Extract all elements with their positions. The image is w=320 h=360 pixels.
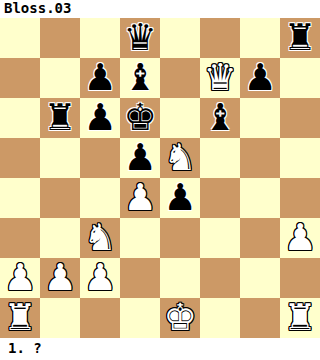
square-h8[interactable]: ♜	[280, 18, 320, 58]
square-e5[interactable]: ♞	[160, 138, 200, 178]
square-h4[interactable]	[280, 178, 320, 218]
square-e7[interactable]	[160, 58, 200, 98]
piece-white-pawn: ♟	[43, 258, 76, 298]
square-b1[interactable]	[40, 298, 80, 338]
square-d7[interactable]: ♝	[120, 58, 160, 98]
square-e8[interactable]	[160, 18, 200, 58]
square-e4[interactable]: ♟	[160, 178, 200, 218]
piece-white-rook: ♜	[283, 298, 316, 338]
square-d8[interactable]: ♛	[120, 18, 160, 58]
piece-white-pawn: ♟	[3, 258, 36, 298]
square-e3[interactable]	[160, 218, 200, 258]
square-f5[interactable]	[200, 138, 240, 178]
square-f2[interactable]	[200, 258, 240, 298]
piece-black-pawn: ♟	[163, 178, 196, 218]
square-e6[interactable]	[160, 98, 200, 138]
piece-black-bishop: ♝	[123, 58, 156, 98]
piece-white-king: ♚	[163, 298, 196, 338]
square-a5[interactable]	[0, 138, 40, 178]
piece-black-pawn: ♟	[123, 138, 156, 178]
square-b5[interactable]	[40, 138, 80, 178]
square-g6[interactable]	[240, 98, 280, 138]
square-c3[interactable]: ♞	[80, 218, 120, 258]
square-a4[interactable]	[0, 178, 40, 218]
piece-white-pawn: ♟	[83, 258, 116, 298]
square-c7[interactable]: ♟	[80, 58, 120, 98]
square-e1[interactable]: ♚	[160, 298, 200, 338]
square-g3[interactable]	[240, 218, 280, 258]
square-a8[interactable]	[0, 18, 40, 58]
square-b8[interactable]	[40, 18, 80, 58]
square-h2[interactable]	[280, 258, 320, 298]
square-e2[interactable]	[160, 258, 200, 298]
square-c5[interactable]	[80, 138, 120, 178]
square-d3[interactable]	[120, 218, 160, 258]
square-d6[interactable]: ♚	[120, 98, 160, 138]
square-h7[interactable]	[280, 58, 320, 98]
square-h5[interactable]	[280, 138, 320, 178]
square-a7[interactable]	[0, 58, 40, 98]
square-f6[interactable]: ♝	[200, 98, 240, 138]
square-a2[interactable]: ♟	[0, 258, 40, 298]
square-c1[interactable]	[80, 298, 120, 338]
piece-white-queen: ♛	[203, 58, 236, 98]
piece-black-queen: ♛	[123, 18, 156, 58]
square-g5[interactable]	[240, 138, 280, 178]
square-d2[interactable]	[120, 258, 160, 298]
piece-black-king: ♚	[123, 98, 156, 138]
square-d4[interactable]: ♟	[120, 178, 160, 218]
square-f7[interactable]: ♛	[200, 58, 240, 98]
piece-white-pawn: ♟	[123, 178, 156, 218]
square-c8[interactable]	[80, 18, 120, 58]
square-a6[interactable]	[0, 98, 40, 138]
square-b2[interactable]: ♟	[40, 258, 80, 298]
square-c2[interactable]: ♟	[80, 258, 120, 298]
square-b7[interactable]	[40, 58, 80, 98]
piece-white-rook: ♜	[3, 298, 36, 338]
chess-puzzle-page: Bloss.03 ♛♜♟♝♛♟♜♟♚♝♟♞♟♟♞♟♟♟♟♜♚♜ 1. ?	[0, 0, 320, 360]
square-g8[interactable]	[240, 18, 280, 58]
square-a1[interactable]: ♜	[0, 298, 40, 338]
square-h6[interactable]	[280, 98, 320, 138]
square-f1[interactable]	[200, 298, 240, 338]
piece-black-rook: ♜	[283, 18, 316, 58]
piece-black-pawn: ♟	[243, 58, 276, 98]
square-d1[interactable]	[120, 298, 160, 338]
chess-board: ♛♜♟♝♛♟♜♟♚♝♟♞♟♟♞♟♟♟♟♜♚♜	[0, 18, 320, 338]
square-g4[interactable]	[240, 178, 280, 218]
square-b3[interactable]	[40, 218, 80, 258]
square-g7[interactable]: ♟	[240, 58, 280, 98]
square-h3[interactable]: ♟	[280, 218, 320, 258]
piece-black-pawn: ♟	[83, 58, 116, 98]
square-c4[interactable]	[80, 178, 120, 218]
square-f8[interactable]	[200, 18, 240, 58]
piece-black-bishop: ♝	[203, 98, 236, 138]
square-f3[interactable]	[200, 218, 240, 258]
piece-black-rook: ♜	[43, 98, 76, 138]
piece-black-pawn: ♟	[83, 98, 116, 138]
square-g1[interactable]	[240, 298, 280, 338]
square-b6[interactable]: ♜	[40, 98, 80, 138]
square-d5[interactable]: ♟	[120, 138, 160, 178]
square-a3[interactable]	[0, 218, 40, 258]
piece-white-pawn: ♟	[283, 218, 316, 258]
piece-white-knight: ♞	[83, 218, 116, 258]
square-c6[interactable]: ♟	[80, 98, 120, 138]
square-f4[interactable]	[200, 178, 240, 218]
piece-white-knight: ♞	[163, 138, 196, 178]
square-h1[interactable]: ♜	[280, 298, 320, 338]
move-prompt: 1. ?	[0, 338, 320, 360]
puzzle-title: Bloss.03	[0, 0, 320, 18]
square-g2[interactable]	[240, 258, 280, 298]
square-b4[interactable]	[40, 178, 80, 218]
